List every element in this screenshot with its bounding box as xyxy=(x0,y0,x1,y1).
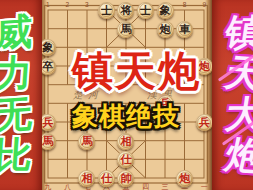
piece-black-象[interactable]: 象 xyxy=(157,2,174,19)
piece-label: 馬 xyxy=(81,136,92,147)
piece-black-士[interactable]: 士 xyxy=(98,2,115,19)
piece-black-馬[interactable]: 馬 xyxy=(117,21,134,38)
banner-char: 比 xyxy=(0,135,33,176)
piece-label: 兵 xyxy=(42,117,53,128)
piece-black-車[interactable]: 車 xyxy=(176,21,193,38)
subtitle-overlay: 象棋绝技 xyxy=(72,99,180,134)
piece-label: 相 xyxy=(120,136,131,147)
piece-label: 仕 xyxy=(120,154,131,165)
piece-red-仕[interactable]: 仕 xyxy=(117,151,134,168)
piece-label: 仕 xyxy=(101,173,112,184)
piece-label: 象 xyxy=(160,5,171,16)
banner-char: 力 xyxy=(0,53,33,94)
left-banner: 威 力 无 比 xyxy=(0,0,42,190)
piece-label: 兵 xyxy=(199,117,210,128)
piece-label: 馬 xyxy=(120,24,131,35)
piece-black-炮[interactable]: 炮 xyxy=(157,21,174,38)
banner-char: 镇 xyxy=(223,12,253,53)
banner-char: 无 xyxy=(0,93,32,136)
title-overlay: 镇天炮 xyxy=(72,44,201,99)
piece-black-将[interactable]: 将 xyxy=(117,2,134,19)
piece-red-相[interactable]: 相 xyxy=(117,133,134,150)
right-banner: 镇 天 大 炮 xyxy=(212,0,253,190)
piece-label: 将 xyxy=(120,5,131,16)
piece-label: 炮 xyxy=(179,173,190,184)
left-banner-text: 威 力 无 比 xyxy=(0,12,42,176)
piece-red-帥[interactable]: 帥 xyxy=(117,170,134,187)
banner-char: 威 xyxy=(0,11,32,54)
right-banner-text: 镇 天 大 炮 xyxy=(212,12,253,176)
banner-char: 大 xyxy=(223,94,253,135)
piece-label: 相 xyxy=(81,173,92,184)
piece-red-馬[interactable]: 馬 xyxy=(78,133,95,150)
piece-label: 卒 xyxy=(42,61,53,72)
piece-label: 士 xyxy=(140,5,151,16)
piece-red-炮[interactable]: 炮 xyxy=(176,170,193,187)
piece-red-相[interactable]: 相 xyxy=(78,170,95,187)
piece-label: 炮 xyxy=(160,24,171,35)
piece-label: 帥 xyxy=(120,173,131,184)
piece-label: 馬 xyxy=(42,136,53,147)
piece-label: 士 xyxy=(101,5,112,16)
piece-label: 車 xyxy=(179,24,190,35)
piece-red-仕[interactable]: 仕 xyxy=(98,170,115,187)
piece-black-士[interactable]: 士 xyxy=(137,2,154,19)
piece-label: 象 xyxy=(42,42,53,53)
piece-red-兵[interactable]: 兵 xyxy=(196,114,213,131)
thumbnail-stage: 威 力 无 比 1 2 3 4 5 6 7 8 xyxy=(0,0,253,190)
